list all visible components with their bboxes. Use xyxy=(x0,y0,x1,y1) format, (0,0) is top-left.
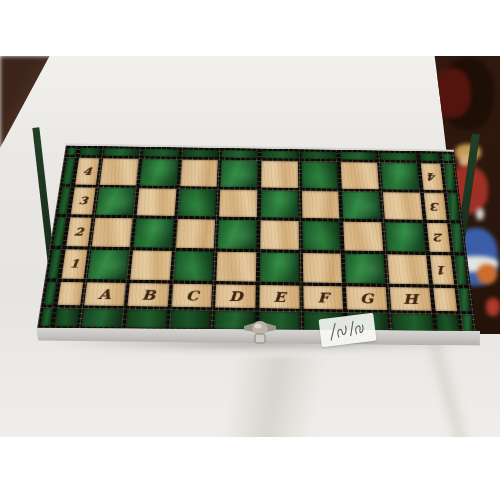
corner-cell-right xyxy=(433,288,457,312)
background-shadow-left xyxy=(0,56,118,148)
frame-cell-top xyxy=(443,154,453,162)
frame-cell-right xyxy=(447,193,460,221)
rank-label-right-3-text: 3 xyxy=(423,193,446,221)
top-white-bar xyxy=(0,0,500,56)
frame-cell-bottom xyxy=(40,308,53,326)
square-d2 xyxy=(218,220,257,249)
rank-label-right-4-text: 4 xyxy=(420,164,443,191)
background-package-orange xyxy=(477,264,497,284)
file-label-c: C xyxy=(171,284,212,308)
frame-cell-top xyxy=(103,148,140,156)
square-f1 xyxy=(302,253,342,283)
square-e4 xyxy=(261,161,298,188)
file-label-h-text: H xyxy=(390,287,432,311)
rank-label-left-4: 4 xyxy=(75,158,99,184)
product-photo: 44332211ABCDEFGH xyxy=(0,0,500,500)
frame-cell-right xyxy=(444,164,456,190)
rank-label-left-1: 1 xyxy=(61,249,87,279)
square-g2 xyxy=(343,222,383,251)
frame-cell-left xyxy=(62,158,75,184)
clasp-latch-icon xyxy=(238,318,282,348)
frame-cell-bottom xyxy=(435,315,459,333)
rank-label-left-3-text: 3 xyxy=(71,187,95,215)
square-a3 xyxy=(95,188,135,216)
square-h3 xyxy=(383,192,423,220)
square-f2 xyxy=(302,221,341,250)
file-label-d: D xyxy=(215,285,255,309)
frame-cell-top xyxy=(262,151,298,159)
square-a4 xyxy=(99,159,139,186)
frame-cell-bottom xyxy=(125,310,167,328)
frame-cell-top xyxy=(222,150,258,158)
frame-cell-left xyxy=(53,217,67,246)
square-b3 xyxy=(137,188,177,216)
rank-label-left-2-text: 2 xyxy=(66,217,91,246)
square-a1 xyxy=(87,249,129,279)
square-b4 xyxy=(140,159,179,186)
file-label-b: B xyxy=(128,283,170,307)
file-label-b-text: B xyxy=(128,283,170,307)
square-d4 xyxy=(221,160,258,187)
rank-label-left-3: 3 xyxy=(71,187,95,215)
chess-board: 44332211ABCDEFGH xyxy=(37,146,477,336)
file-label-f: F xyxy=(303,286,343,310)
frame-cell-top xyxy=(80,148,101,156)
square-c2 xyxy=(176,219,216,248)
file-label-h: H xyxy=(390,287,432,311)
rank-label-left-2: 2 xyxy=(66,217,91,246)
file-label-d-text: D xyxy=(215,285,255,309)
frame-cell-left xyxy=(48,249,62,279)
corner-cell-left xyxy=(58,282,83,306)
frame-cell-right xyxy=(454,255,467,285)
frame-cell-bottom xyxy=(55,309,80,327)
square-c4 xyxy=(180,160,218,187)
file-label-g: G xyxy=(346,287,387,311)
rank-label-right-2-text: 2 xyxy=(426,223,450,252)
file-label-e-text: E xyxy=(259,285,299,309)
frame-cell-right xyxy=(458,288,471,311)
frame-cell-bottom xyxy=(461,315,473,333)
frame-cell-top xyxy=(143,149,180,157)
rank-label-left-1-text: 1 xyxy=(61,249,87,279)
file-label-a: A xyxy=(84,282,126,306)
square-f3 xyxy=(302,191,340,219)
rank-label-right-1-text: 1 xyxy=(429,255,454,285)
frame-cell-right xyxy=(451,223,464,252)
square-h1 xyxy=(387,254,428,284)
file-label-e: E xyxy=(259,285,299,309)
frame-cell-top xyxy=(182,149,218,157)
square-a2 xyxy=(91,218,132,247)
frame-cell-top xyxy=(380,153,417,161)
square-d3 xyxy=(219,190,257,218)
file-label-f-text: F xyxy=(303,286,343,310)
rank-label-right-3: 3 xyxy=(423,193,446,221)
square-h2 xyxy=(385,222,425,251)
rank-label-right-4: 4 xyxy=(420,164,443,191)
background-object-maroon xyxy=(433,68,471,118)
square-b1 xyxy=(130,250,172,280)
square-e1 xyxy=(260,252,299,282)
square-e3 xyxy=(261,190,299,218)
square-g3 xyxy=(342,191,381,219)
square-d1 xyxy=(217,251,257,281)
square-g4 xyxy=(341,162,379,189)
square-f4 xyxy=(301,162,338,189)
background-glint xyxy=(476,208,484,220)
square-b2 xyxy=(133,219,174,248)
rank-label-right-2: 2 xyxy=(426,223,450,252)
file-label-g-text: G xyxy=(346,287,387,311)
file-label-c-text: C xyxy=(171,284,212,308)
bottom-white-bar xyxy=(0,437,500,500)
square-c1 xyxy=(173,251,214,281)
frame-cell-bottom xyxy=(391,314,433,332)
frame-cell-left xyxy=(58,187,71,214)
frame-cell-bottom xyxy=(81,309,123,327)
file-label-a-text: A xyxy=(84,282,126,306)
square-h4 xyxy=(381,163,420,190)
square-c3 xyxy=(178,189,217,217)
rank-label-right-1: 1 xyxy=(429,255,454,285)
frame-cell-bottom xyxy=(170,310,211,328)
frame-cell-left xyxy=(44,282,57,305)
rank-label-left-4-text: 4 xyxy=(75,158,99,184)
frame-cell-top xyxy=(340,152,376,160)
frame-cell-top xyxy=(301,151,337,159)
square-g1 xyxy=(345,253,386,283)
frame-cell-top xyxy=(67,148,77,156)
square-e2 xyxy=(260,220,298,249)
chess-box: 44332211ABCDEFGH xyxy=(37,146,477,336)
frame-cell-top xyxy=(419,153,440,161)
